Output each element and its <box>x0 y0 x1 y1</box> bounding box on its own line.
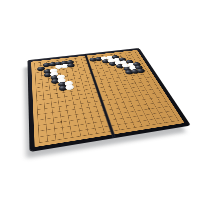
product-photo-scene <box>0 0 200 200</box>
white-stone[interactable] <box>65 84 74 90</box>
go-board <box>28 48 190 151</box>
black-stone[interactable] <box>67 63 75 68</box>
